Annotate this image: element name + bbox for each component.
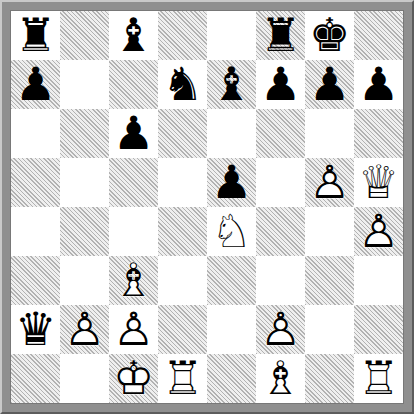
square-g1[interactable]	[305, 354, 354, 403]
piece-black-pawn[interactable]: ♟	[256, 60, 305, 109]
piece-white-bishop[interactable]: ♝♗	[256, 354, 305, 403]
piece-glyph-outline: ♗	[109, 256, 158, 305]
piece-black-pawn[interactable]: ♟	[305, 60, 354, 109]
square-f5[interactable]	[256, 158, 305, 207]
square-a8[interactable]: ♜	[11, 11, 60, 60]
piece-white-pawn[interactable]: ♟♙	[354, 207, 403, 256]
piece-black-queen[interactable]: ♛	[11, 305, 60, 354]
square-d7[interactable]: ♞	[158, 60, 207, 109]
square-h5[interactable]: ♛♕	[354, 158, 403, 207]
square-d5[interactable]	[158, 158, 207, 207]
square-b6[interactable]	[60, 109, 109, 158]
piece-glyph-outline: ♗	[256, 354, 305, 403]
square-c3[interactable]: ♝♗	[109, 256, 158, 305]
piece-white-knight[interactable]: ♞♘	[207, 207, 256, 256]
square-h8[interactable]	[354, 11, 403, 60]
square-b8[interactable]	[60, 11, 109, 60]
square-d8[interactable]	[158, 11, 207, 60]
square-d4[interactable]	[158, 207, 207, 256]
piece-black-king[interactable]: ♚	[305, 11, 354, 60]
piece-glyph-fill: ♝	[109, 11, 158, 60]
square-e6[interactable]	[207, 109, 256, 158]
piece-black-knight[interactable]: ♞	[158, 60, 207, 109]
square-c5[interactable]	[109, 158, 158, 207]
square-d1[interactable]: ♜♖	[158, 354, 207, 403]
square-f1[interactable]: ♝♗	[256, 354, 305, 403]
piece-white-rook[interactable]: ♜♖	[354, 354, 403, 403]
square-f2[interactable]: ♟♙	[256, 305, 305, 354]
piece-glyph-outline: ♙	[305, 158, 354, 207]
square-c2[interactable]: ♟♙	[109, 305, 158, 354]
square-h2[interactable]	[354, 305, 403, 354]
square-c6[interactable]: ♟	[109, 109, 158, 158]
square-b2[interactable]: ♟♙	[60, 305, 109, 354]
square-e1[interactable]	[207, 354, 256, 403]
square-c1[interactable]: ♚♔	[109, 354, 158, 403]
piece-glyph-fill: ♝	[207, 60, 256, 109]
piece-glyph-outline: ♙	[109, 305, 158, 354]
square-c7[interactable]	[109, 60, 158, 109]
piece-glyph-outline: ♙	[256, 305, 305, 354]
piece-glyph-outline: ♖	[354, 354, 403, 403]
square-a6[interactable]	[11, 109, 60, 158]
piece-white-queen[interactable]: ♛♕	[354, 158, 403, 207]
square-a7[interactable]: ♟	[11, 60, 60, 109]
piece-black-pawn[interactable]: ♟	[109, 109, 158, 158]
piece-black-pawn[interactable]: ♟	[207, 158, 256, 207]
piece-black-pawn[interactable]: ♟	[11, 60, 60, 109]
piece-white-pawn[interactable]: ♟♙	[256, 305, 305, 354]
square-g3[interactable]	[305, 256, 354, 305]
piece-glyph-outline: ♙	[60, 305, 109, 354]
piece-black-rook[interactable]: ♜	[256, 11, 305, 60]
square-f4[interactable]	[256, 207, 305, 256]
square-a1[interactable]	[11, 354, 60, 403]
square-e8[interactable]	[207, 11, 256, 60]
square-a3[interactable]	[11, 256, 60, 305]
piece-white-rook[interactable]: ♜♖	[158, 354, 207, 403]
square-b7[interactable]	[60, 60, 109, 109]
square-g5[interactable]: ♟♙	[305, 158, 354, 207]
piece-black-bishop[interactable]: ♝	[207, 60, 256, 109]
piece-glyph-outline: ♔	[109, 354, 158, 403]
piece-black-pawn[interactable]: ♟	[354, 60, 403, 109]
piece-white-bishop[interactable]: ♝♗	[109, 256, 158, 305]
piece-glyph-fill: ♟	[354, 60, 403, 109]
square-e4[interactable]: ♞♘	[207, 207, 256, 256]
square-b1[interactable]	[60, 354, 109, 403]
chess-board: ♜♝♜♚♟♞♝♟♟♟♟♟♟♙♛♕♞♘♟♙♝♗♛♟♙♟♙♟♙♚♔♜♖♝♗♜♖	[11, 11, 403, 403]
piece-glyph-fill: ♟	[305, 60, 354, 109]
square-e5[interactable]: ♟	[207, 158, 256, 207]
square-b3[interactable]	[60, 256, 109, 305]
piece-black-bishop[interactable]: ♝	[109, 11, 158, 60]
piece-glyph-fill: ♚	[305, 11, 354, 60]
piece-glyph-fill: ♟	[207, 158, 256, 207]
piece-glyph-fill: ♛	[11, 305, 60, 354]
square-f3[interactable]	[256, 256, 305, 305]
piece-white-pawn[interactable]: ♟♙	[60, 305, 109, 354]
piece-glyph-fill: ♟	[256, 60, 305, 109]
square-f6[interactable]	[256, 109, 305, 158]
square-c4[interactable]	[109, 207, 158, 256]
square-h1[interactable]: ♜♖	[354, 354, 403, 403]
square-g4[interactable]	[305, 207, 354, 256]
piece-white-pawn[interactable]: ♟♙	[305, 158, 354, 207]
chess-board-frame: ♜♝♜♚♟♞♝♟♟♟♟♟♟♙♛♕♞♘♟♙♝♗♛♟♙♟♙♟♙♚♔♜♖♝♗♜♖	[0, 0, 414, 414]
square-g2[interactable]	[305, 305, 354, 354]
square-d3[interactable]	[158, 256, 207, 305]
square-h6[interactable]	[354, 109, 403, 158]
square-e7[interactable]: ♝	[207, 60, 256, 109]
square-g7[interactable]: ♟	[305, 60, 354, 109]
piece-glyph-outline: ♖	[158, 354, 207, 403]
square-g8[interactable]: ♚	[305, 11, 354, 60]
piece-white-king[interactable]: ♚♔	[109, 354, 158, 403]
square-c8[interactable]: ♝	[109, 11, 158, 60]
square-a2[interactable]: ♛	[11, 305, 60, 354]
square-d6[interactable]	[158, 109, 207, 158]
square-e2[interactable]	[207, 305, 256, 354]
piece-glyph-outline: ♙	[354, 207, 403, 256]
square-b4[interactable]	[60, 207, 109, 256]
square-a4[interactable]	[11, 207, 60, 256]
piece-glyph-fill: ♞	[158, 60, 207, 109]
square-f7[interactable]: ♟	[256, 60, 305, 109]
square-g6[interactable]	[305, 109, 354, 158]
square-f8[interactable]: ♜	[256, 11, 305, 60]
piece-glyph-fill: ♜	[11, 11, 60, 60]
square-h7[interactable]: ♟	[354, 60, 403, 109]
piece-glyph-outline: ♘	[207, 207, 256, 256]
piece-glyph-outline: ♕	[354, 158, 403, 207]
square-h4[interactable]: ♟♙	[354, 207, 403, 256]
square-b5[interactable]	[60, 158, 109, 207]
square-d2[interactable]	[158, 305, 207, 354]
piece-glyph-fill: ♜	[256, 11, 305, 60]
square-a5[interactable]	[11, 158, 60, 207]
piece-white-pawn[interactable]: ♟♙	[109, 305, 158, 354]
square-h3[interactable]	[354, 256, 403, 305]
piece-glyph-fill: ♟	[11, 60, 60, 109]
piece-glyph-fill: ♟	[109, 109, 158, 158]
square-e3[interactable]	[207, 256, 256, 305]
piece-black-rook[interactable]: ♜	[11, 11, 60, 60]
